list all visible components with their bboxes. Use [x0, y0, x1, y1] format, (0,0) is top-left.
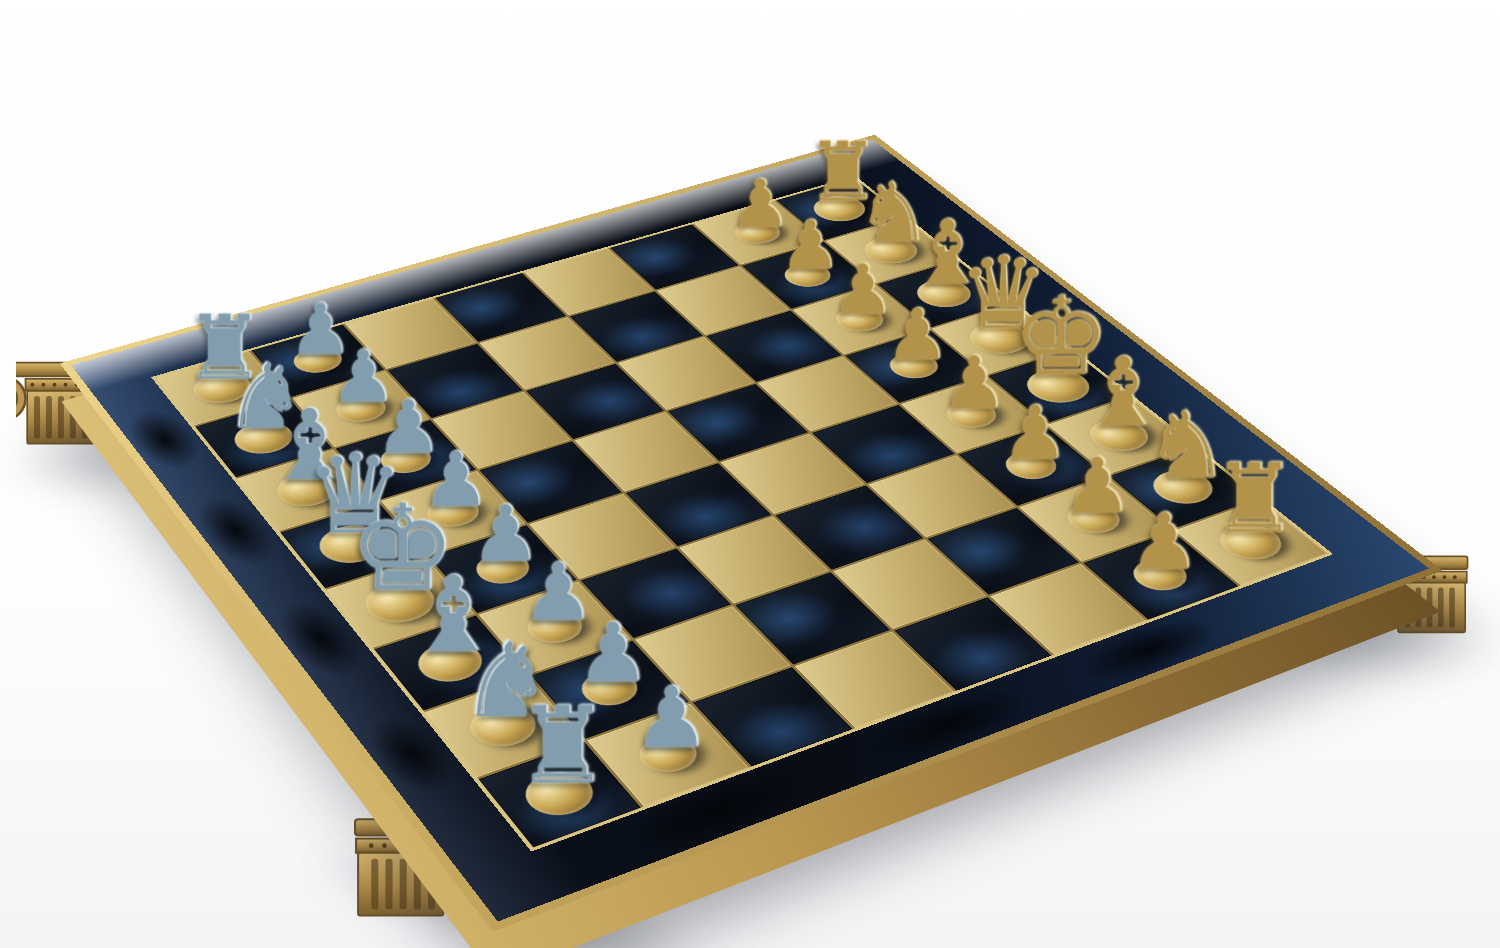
- perspective-scene: ♜♟♟♜♞♟♟♞♝♟♟♝♛♟♟♛♚♟♟♚♝♟♟♝♞♟♟♞♜♟♟♜: [0, 0, 1500, 948]
- square-h2: ♟: [1083, 531, 1238, 619]
- chess-board: ♜♟♟♜♞♟♟♞♝♟♟♝♛♟♟♛♚♟♟♚♝♟♟♝♞♟♟♞♜♟♟♜: [60, 135, 1443, 932]
- product-photo-scene: ♜♟♟♜♞♟♟♞♝♟♟♝♛♟♟♛♚♟♟♚♝♟♟♝♞♟♟♞♜♟♟♜: [0, 0, 1500, 948]
- black-rook-h8: ♜: [482, 696, 644, 797]
- board-gold-frame: ♜♟♟♜♞♟♟♞♝♟♟♝♛♟♟♛♚♟♟♚♝♟♟♝♞♟♟♞♜♟♟♜: [60, 135, 1443, 932]
- square-h8: ♜: [478, 741, 641, 847]
- board-blue-border: ♜♟♟♜♞♟♟♞♝♟♟♝♛♟♟♛♚♟♟♚♝♟♟♝♞♟♟♞♜♟♟♜: [71, 140, 1429, 922]
- white-pawn-h2: ♟: [1090, 504, 1238, 578]
